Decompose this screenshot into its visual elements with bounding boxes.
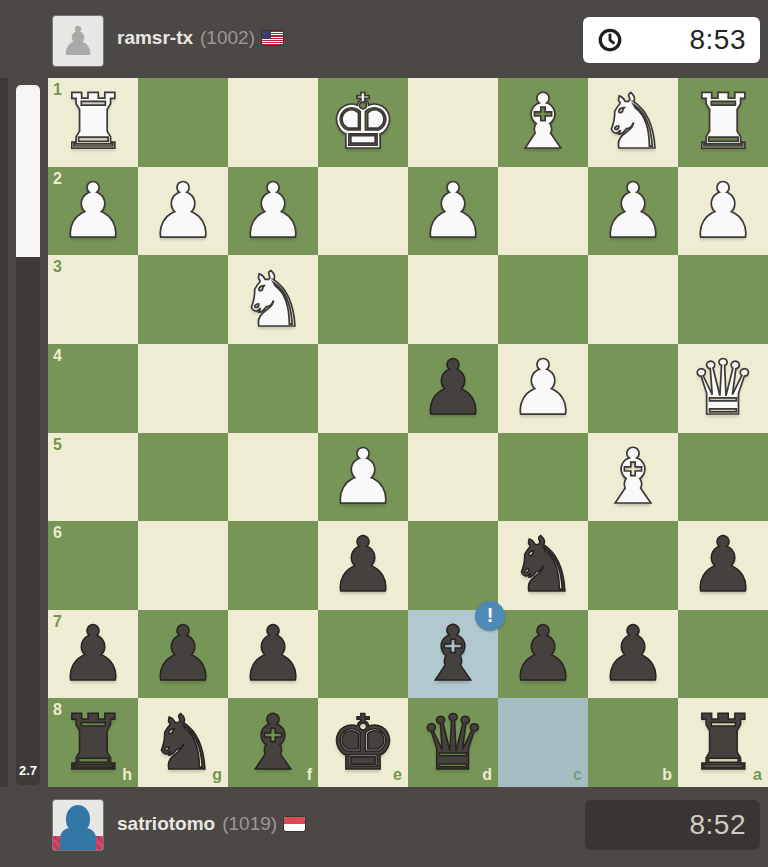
indonesia-flag-icon	[284, 817, 305, 831]
square-a5[interactable]	[678, 433, 768, 522]
square-c7[interactable]: ♟	[498, 610, 588, 699]
bottom-player-bar: satriotomo (1019) 8:52	[0, 787, 768, 867]
clock-icon	[597, 27, 623, 53]
piece-bP-f7: ♟	[228, 610, 318, 699]
piece-wB-b5: ♝	[588, 433, 678, 522]
square-f7[interactable]: ♟	[228, 610, 318, 699]
square-h7[interactable]: 7♟	[48, 610, 138, 699]
square-g1[interactable]	[138, 78, 228, 167]
top-player-name[interactable]: ramsr-tx	[117, 27, 193, 49]
piece-wP-b2: ♟	[588, 167, 678, 256]
square-f5[interactable]	[228, 433, 318, 522]
top-player-info[interactable]: ramsr-tx (1002)	[117, 27, 283, 49]
square-g6[interactable]	[138, 521, 228, 610]
square-g2[interactable]: ♟	[138, 167, 228, 256]
piece-wK-e1: ♚	[318, 78, 408, 167]
bottom-player-clock: 8:52	[585, 800, 760, 850]
square-a3[interactable]	[678, 255, 768, 344]
square-c8[interactable]: c	[498, 698, 588, 787]
square-a4[interactable]: ♛	[678, 344, 768, 433]
top-player-bar: ♟ ramsr-tx (1002) 8:53	[0, 0, 768, 78]
file-label-h: h	[122, 767, 132, 783]
square-d1[interactable]	[408, 78, 498, 167]
square-e5[interactable]: ♟	[318, 433, 408, 522]
square-c3[interactable]	[498, 255, 588, 344]
square-b8[interactable]: b	[588, 698, 678, 787]
square-b4[interactable]	[588, 344, 678, 433]
square-b6[interactable]	[588, 521, 678, 610]
square-f4[interactable]	[228, 344, 318, 433]
square-g8[interactable]: g♞	[138, 698, 228, 787]
file-label-d: d	[482, 767, 492, 783]
square-b2[interactable]: ♟	[588, 167, 678, 256]
square-a1[interactable]: ♜	[678, 78, 768, 167]
top-clock-time: 8:53	[690, 24, 747, 56]
square-c6[interactable]: ♞	[498, 521, 588, 610]
square-a8[interactable]: a♜	[678, 698, 768, 787]
rank-label-8: 8	[53, 702, 62, 718]
square-e2[interactable]	[318, 167, 408, 256]
square-f3[interactable]: ♞	[228, 255, 318, 344]
rank-label-4: 4	[53, 348, 62, 364]
square-e1[interactable]: ♚	[318, 78, 408, 167]
square-h6[interactable]: 6	[48, 521, 138, 610]
square-d2[interactable]: ♟	[408, 167, 498, 256]
square-a2[interactable]: ♟	[678, 167, 768, 256]
rank-label-6: 6	[53, 525, 62, 541]
square-b7[interactable]: ♟	[588, 610, 678, 699]
piece-wN-f3: ♞	[228, 255, 318, 344]
evaluation-bar: 2.7	[16, 85, 40, 785]
bottom-player-rating: (1019)	[222, 813, 277, 835]
file-label-b: b	[662, 767, 672, 783]
top-player-avatar[interactable]: ♟	[53, 16, 103, 66]
square-d4[interactable]: ♟	[408, 344, 498, 433]
top-player-clock: 8:53	[583, 17, 760, 63]
piece-bN-c6: ♞	[498, 521, 588, 610]
square-g5[interactable]	[138, 433, 228, 522]
file-label-e: e	[393, 767, 402, 783]
square-f2[interactable]: ♟	[228, 167, 318, 256]
square-a6[interactable]: ♟	[678, 521, 768, 610]
file-label-g: g	[212, 767, 222, 783]
square-h2[interactable]: 2♟	[48, 167, 138, 256]
piece-bP-d4: ♟	[408, 344, 498, 433]
chess-board: 1♜♚♝♞♜2♟♟♟♟♟♟3♞4♟♟♛5♟♝6♟♞♟7♟♟♟♝!♟♟8h♜g♞f…	[48, 78, 768, 787]
piece-wQ-a4: ♛	[678, 344, 768, 433]
square-f6[interactable]	[228, 521, 318, 610]
file-label-c: c	[573, 767, 582, 783]
great-move-badge: !	[475, 601, 505, 631]
square-b1[interactable]: ♞	[588, 78, 678, 167]
square-g4[interactable]	[138, 344, 228, 433]
square-e8[interactable]: e♚	[318, 698, 408, 787]
square-g7[interactable]: ♟	[138, 610, 228, 699]
square-c2[interactable]	[498, 167, 588, 256]
square-h3[interactable]: 3	[48, 255, 138, 344]
piece-bP-a6: ♟	[678, 521, 768, 610]
square-f1[interactable]	[228, 78, 318, 167]
evaluation-white-portion	[16, 85, 40, 257]
bottom-clock-time: 8:52	[690, 809, 747, 841]
rank-label-1: 1	[53, 82, 62, 98]
square-e3[interactable]	[318, 255, 408, 344]
bottom-player-info[interactable]: satriotomo (1019)	[117, 813, 305, 835]
piece-wP-c4: ♟	[498, 344, 588, 433]
rank-label-3: 3	[53, 259, 62, 275]
square-c5[interactable]	[498, 433, 588, 522]
piece-bP-e6: ♟	[318, 521, 408, 610]
piece-wN-b1: ♞	[588, 78, 678, 167]
piece-wP-d2: ♟	[408, 167, 498, 256]
piece-wP-e5: ♟	[318, 433, 408, 522]
square-e4[interactable]	[318, 344, 408, 433]
bottom-player-name[interactable]: satriotomo	[117, 813, 215, 835]
square-d5[interactable]	[408, 433, 498, 522]
square-g3[interactable]	[138, 255, 228, 344]
square-e6[interactable]: ♟	[318, 521, 408, 610]
square-h8[interactable]: 8h♜	[48, 698, 138, 787]
piece-wP-f2: ♟	[228, 167, 318, 256]
bottom-player-avatar[interactable]	[53, 800, 103, 850]
square-b5[interactable]: ♝	[588, 433, 678, 522]
square-h4[interactable]: 4	[48, 344, 138, 433]
rank-label-7: 7	[53, 614, 62, 630]
file-label-f: f	[307, 767, 312, 783]
piece-bP-b7: ♟	[588, 610, 678, 699]
piece-bB-f8: ♝	[228, 698, 318, 787]
piece-wB-c1: ♝	[498, 78, 588, 167]
piece-wP-a2: ♟	[678, 167, 768, 256]
square-d3[interactable]	[408, 255, 498, 344]
piece-bP-g7: ♟	[138, 610, 228, 699]
square-f8[interactable]: f♝	[228, 698, 318, 787]
board-edge-shade	[0, 78, 8, 787]
us-flag-icon	[262, 31, 283, 45]
piece-bP-c7: ♟	[498, 610, 588, 699]
square-c4[interactable]: ♟	[498, 344, 588, 433]
square-e7[interactable]	[318, 610, 408, 699]
top-player-rating: (1002)	[200, 27, 255, 49]
pawn-avatar-icon: ♟	[53, 16, 103, 66]
square-d8[interactable]: d♛	[408, 698, 498, 787]
square-a7[interactable]	[678, 610, 768, 699]
piece-wP-g2: ♟	[138, 167, 228, 256]
piece-wR-a1: ♜	[678, 78, 768, 167]
square-b3[interactable]	[588, 255, 678, 344]
rank-label-5: 5	[53, 437, 62, 453]
evaluation-value: 2.7	[16, 763, 40, 778]
square-c1[interactable]: ♝	[498, 78, 588, 167]
file-label-a: a	[753, 767, 762, 783]
rank-label-2: 2	[53, 171, 62, 187]
square-d6[interactable]	[408, 521, 498, 610]
square-d7[interactable]: ♝!	[408, 610, 498, 699]
square-h1[interactable]: 1♜	[48, 78, 138, 167]
avatar-neck	[70, 836, 86, 850]
square-h5[interactable]: 5	[48, 433, 138, 522]
